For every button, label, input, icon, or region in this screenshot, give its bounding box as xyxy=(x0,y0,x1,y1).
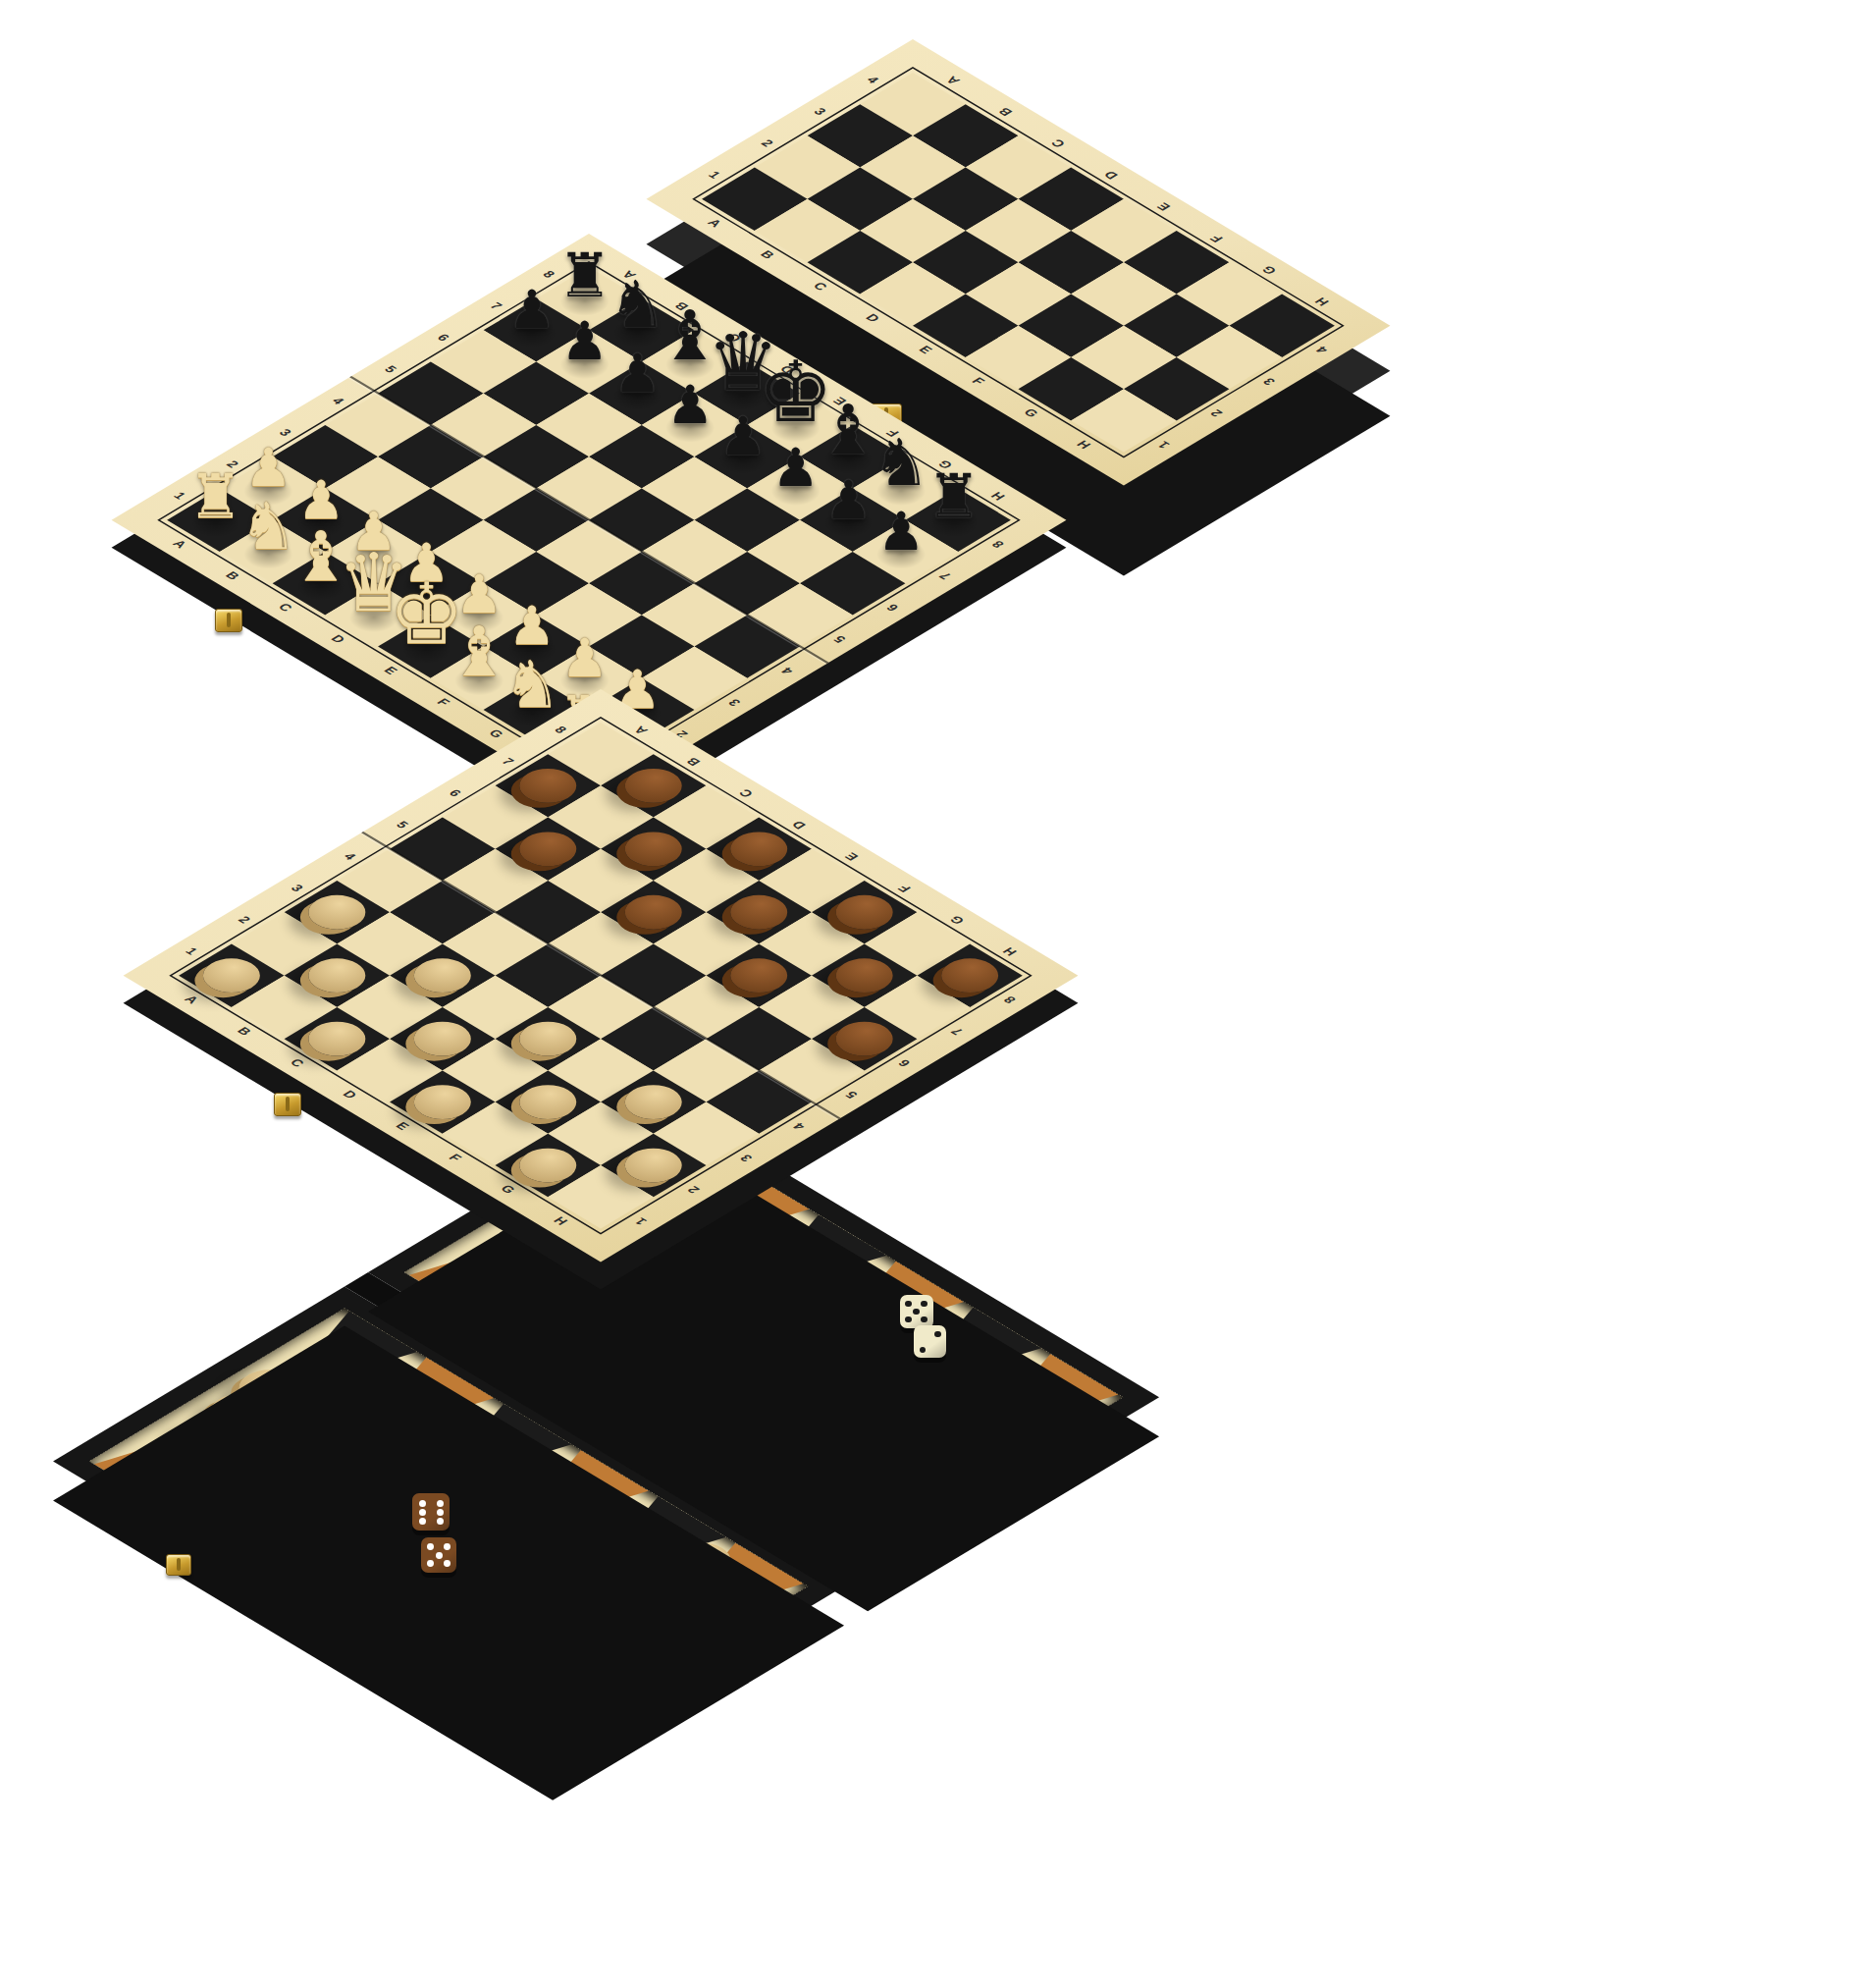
clasp-slot xyxy=(286,1097,290,1111)
die-pip xyxy=(905,1301,912,1308)
brown-die[interactable] xyxy=(412,1493,450,1531)
die-pip xyxy=(913,1309,920,1316)
die-pip xyxy=(921,1301,927,1308)
die-pip xyxy=(427,1560,434,1567)
backgammon-gold-hinge[interactable] xyxy=(166,1554,191,1576)
ivory-die[interactable] xyxy=(914,1325,946,1358)
die-pip xyxy=(419,1509,426,1516)
die-pip xyxy=(436,1552,443,1559)
die-pip xyxy=(437,1509,444,1516)
die-pip xyxy=(444,1560,450,1567)
die-pip xyxy=(437,1500,444,1507)
die-pip xyxy=(921,1316,927,1323)
die-pip xyxy=(444,1543,450,1550)
clasp-slot xyxy=(227,613,231,627)
board-top: AABBCCDDEEFFGGHH1122334455667788 xyxy=(124,689,1079,1262)
ivory-die[interactable] xyxy=(900,1295,933,1328)
die-pip xyxy=(419,1518,426,1525)
die-pip xyxy=(920,1347,926,1353)
brown-die[interactable] xyxy=(421,1537,456,1573)
die-pip xyxy=(437,1518,444,1525)
die-pip xyxy=(934,1331,940,1337)
chess-board-gold-clasp[interactable] xyxy=(215,609,242,632)
black-pawn[interactable]: ♟ xyxy=(857,506,945,559)
die-pip xyxy=(427,1543,434,1550)
die-pip xyxy=(905,1316,912,1323)
product-photo-stage: AABBCCDDEEFFGGHH11223344 AABBCCDDEEFFGGH… xyxy=(0,0,1855,1988)
clasp-slot xyxy=(177,1558,181,1571)
die-pip xyxy=(419,1500,426,1507)
checkers-board-gold-clasp[interactable] xyxy=(274,1093,301,1116)
